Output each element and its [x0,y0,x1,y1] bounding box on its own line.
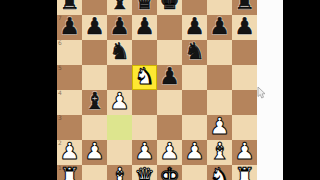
square-e7[interactable] [157,15,182,40]
piece-black-pawn-h7: ♟ [234,15,255,38]
piece-white-pawn-h2: ♟ [234,140,255,163]
square-b8[interactable] [82,0,107,15]
square-d1[interactable]: ♛ [132,165,157,180]
piece-white-pawn-e2: ♟ [159,140,180,163]
square-d2[interactable]: ♟ [132,140,157,165]
square-h8[interactable]: ♜ [232,0,257,15]
square-c3[interactable] [107,115,132,140]
square-b7[interactable]: ♟ [82,15,107,40]
square-d3[interactable] [132,115,157,140]
square-b2[interactable]: ♟ [82,140,107,165]
rank-label-1: 1 [58,165,62,171]
square-b1[interactable] [82,165,107,180]
square-g4[interactable] [207,90,232,115]
piece-black-pawn-c7: ♟ [109,15,130,38]
piece-black-bishop-b4: ♝ [84,90,105,113]
square-c6[interactable]: ♞ [107,40,132,65]
piece-white-pawn-c4: ♟ [109,90,130,113]
piece-white-king-e1: ♚ [159,165,180,180]
square-e8[interactable]: ♚ [157,0,182,15]
piece-white-queen-d1: ♛ [134,165,155,180]
square-e2[interactable]: ♟ [157,140,182,165]
square-a6[interactable]: 6 [57,40,82,65]
piece-white-pawn-g3: ♟ [209,115,230,138]
square-c5[interactable] [107,65,132,90]
square-d4[interactable] [132,90,157,115]
square-g8[interactable] [207,0,232,15]
square-d5[interactable]: ♞ [132,65,157,90]
square-f4[interactable] [182,90,207,115]
square-b3[interactable] [82,115,107,140]
square-a2[interactable]: 2♟ [57,140,82,165]
piece-white-bishop-g2: ♝ [209,140,230,163]
piece-white-rook-a1: ♜ [59,165,80,180]
square-h3[interactable] [232,115,257,140]
square-c8[interactable]: ♝ [107,0,132,15]
piece-black-pawn-e5: ♟ [159,65,180,88]
square-d8[interactable]: ♛ [132,0,157,15]
screenshot-root: 8♜♝♛♚♜7♟♟♟♟♟♟♟6♞♞5♞♟4♝♟3♟2♟♟♟♟♟♝♟1♜♝♛♚♞♜ [0,0,320,180]
square-e4[interactable] [157,90,182,115]
piece-black-rook-a8: ♜ [59,0,80,13]
square-b4[interactable]: ♝ [82,90,107,115]
square-f8[interactable] [182,0,207,15]
piece-white-pawn-f2: ♟ [184,140,205,163]
square-f2[interactable]: ♟ [182,140,207,165]
square-g2[interactable]: ♝ [207,140,232,165]
square-h1[interactable]: ♜ [232,165,257,180]
piece-white-pawn-a2: ♟ [59,140,80,163]
square-h7[interactable]: ♟ [232,15,257,40]
square-b5[interactable] [82,65,107,90]
rank-label-6: 6 [58,40,62,46]
app-window-background [257,0,283,180]
piece-white-pawn-d2: ♟ [134,140,155,163]
square-g7[interactable]: ♟ [207,15,232,40]
square-a4[interactable]: 4 [57,90,82,115]
piece-black-rook-h8: ♜ [234,0,255,13]
square-e1[interactable]: ♚ [157,165,182,180]
rank-label-2: 2 [58,140,62,146]
piece-white-pawn-b2: ♟ [84,140,105,163]
square-c7[interactable]: ♟ [107,15,132,40]
square-f5[interactable] [182,65,207,90]
square-g1[interactable]: ♞ [207,165,232,180]
square-f3[interactable] [182,115,207,140]
piece-black-queen-d8: ♛ [134,0,155,13]
square-a1[interactable]: 1♜ [57,165,82,180]
piece-black-pawn-d7: ♟ [134,15,155,38]
piece-white-knight-g1: ♞ [209,165,230,180]
square-e3[interactable] [157,115,182,140]
rank-label-7: 7 [58,15,62,21]
square-f1[interactable] [182,165,207,180]
square-h2[interactable]: ♟ [232,140,257,165]
square-a8[interactable]: 8♜ [57,0,82,15]
square-a5[interactable]: 5 [57,65,82,90]
square-a3[interactable]: 3 [57,115,82,140]
square-f7[interactable]: ♟ [182,15,207,40]
square-c1[interactable]: ♝ [107,165,132,180]
square-c4[interactable]: ♟ [107,90,132,115]
piece-black-pawn-g7: ♟ [209,15,230,38]
square-e5[interactable]: ♟ [157,65,182,90]
square-g6[interactable] [207,40,232,65]
piece-white-bishop-c1: ♝ [109,165,130,180]
rank-label-5: 5 [58,65,62,71]
rank-label-4: 4 [58,90,62,96]
piece-black-bishop-c8: ♝ [109,0,130,13]
rank-label-3: 3 [58,115,62,121]
square-b6[interactable] [82,40,107,65]
square-h6[interactable] [232,40,257,65]
square-h5[interactable] [232,65,257,90]
square-g3[interactable]: ♟ [207,115,232,140]
square-d7[interactable]: ♟ [132,15,157,40]
piece-black-knight-f6: ♞ [184,40,205,63]
piece-black-knight-c6: ♞ [109,40,130,63]
square-e6[interactable] [157,40,182,65]
square-g5[interactable] [207,65,232,90]
piece-black-pawn-f7: ♟ [184,15,205,38]
piece-black-king-e8: ♚ [159,0,180,13]
piece-black-pawn-b7: ♟ [84,15,105,38]
piece-white-knight-d5: ♞ [134,65,155,88]
square-a7[interactable]: 7♟ [57,15,82,40]
piece-white-rook-h1: ♜ [234,165,255,180]
square-c2[interactable] [107,140,132,165]
chess-board: 8♜♝♛♚♜7♟♟♟♟♟♟♟6♞♞5♞♟4♝♟3♟2♟♟♟♟♟♝♟1♜♝♛♚♞♜ [57,0,257,180]
piece-black-pawn-a7: ♟ [59,15,80,38]
square-h4[interactable] [232,90,257,115]
square-f6[interactable]: ♞ [182,40,207,65]
square-d6[interactable] [132,40,157,65]
